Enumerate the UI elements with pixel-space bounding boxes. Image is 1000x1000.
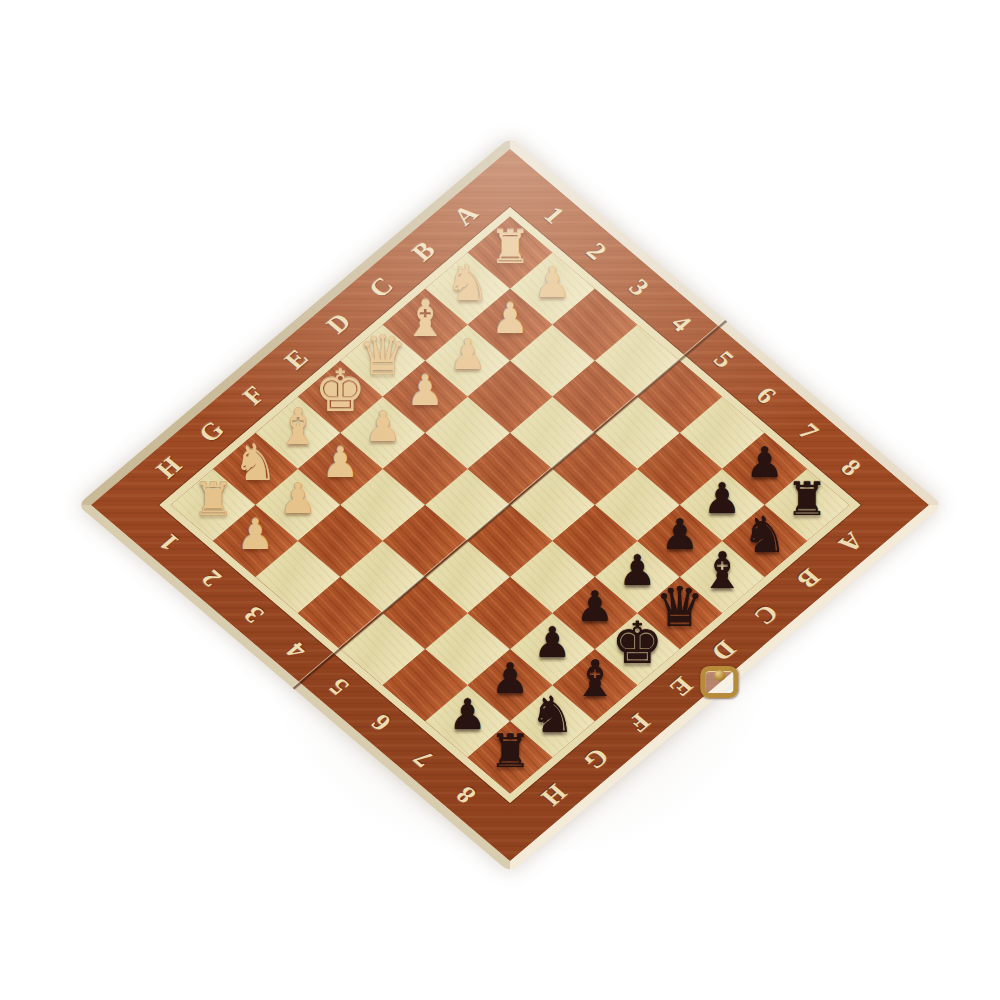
piece-black-rook-h8[interactable]: ♜ — [480, 727, 540, 787]
rook-glyph: ♜ — [489, 728, 530, 774]
clasp-pin — [714, 670, 725, 681]
brass-clasp-icon — [698, 666, 740, 700]
chess-board: ABCDEFGH ABCDEFGH 87654321 87654321 ♜♞♝♛… — [77, 137, 942, 873]
pawn-glyph: ♟ — [237, 514, 275, 556]
square-h8[interactable]: ♜ — [468, 721, 553, 793]
photo-scene: ABCDEFGH ABCDEFGH 87654321 87654321 ♜♞♝♛… — [0, 0, 1000, 1000]
